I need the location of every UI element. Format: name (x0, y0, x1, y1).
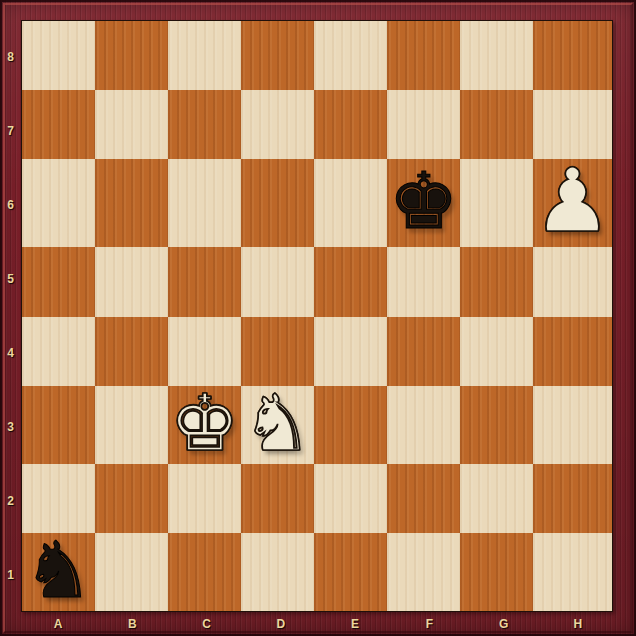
square-a5[interactable] (22, 247, 95, 316)
square-b5[interactable] (95, 247, 168, 316)
square-d8[interactable] (241, 21, 314, 90)
square-h8[interactable] (533, 21, 612, 90)
square-h5[interactable] (533, 247, 612, 316)
rank-label-8: 8 (0, 20, 21, 94)
square-e7[interactable] (314, 90, 387, 159)
file-label-c: C (170, 613, 244, 635)
square-g6[interactable] (460, 159, 533, 247)
square-f2[interactable] (387, 464, 460, 533)
square-h1[interactable] (533, 533, 612, 611)
square-b6[interactable] (95, 159, 168, 247)
square-a1[interactable]: ♞ (22, 533, 95, 611)
square-f8[interactable] (387, 21, 460, 90)
white-king[interactable]: ♚ (170, 384, 240, 462)
square-c6[interactable] (168, 159, 241, 247)
square-d7[interactable] (241, 90, 314, 159)
square-f6[interactable]: ♚ (387, 159, 460, 247)
square-d4[interactable] (241, 317, 314, 386)
square-e4[interactable] (314, 317, 387, 386)
rank-label-6: 6 (0, 168, 21, 242)
black-king[interactable]: ♚ (389, 162, 459, 240)
chess-board: ♚♟♚♞♞ (21, 20, 613, 612)
square-d5[interactable] (241, 247, 314, 316)
square-c2[interactable] (168, 464, 241, 533)
rank-labels: 87654321 (0, 20, 21, 612)
square-f5[interactable] (387, 247, 460, 316)
square-b8[interactable] (95, 21, 168, 90)
file-label-d: D (244, 613, 318, 635)
square-e5[interactable] (314, 247, 387, 316)
square-c3[interactable]: ♚ (168, 386, 241, 464)
file-label-e: E (318, 613, 392, 635)
file-label-g: G (467, 613, 541, 635)
square-c4[interactable] (168, 317, 241, 386)
square-a8[interactable] (22, 21, 95, 90)
square-d3[interactable]: ♞ (241, 386, 314, 464)
square-f1[interactable] (387, 533, 460, 611)
square-h4[interactable] (533, 317, 612, 386)
rank-label-1: 1 (0, 538, 21, 612)
file-label-f: F (392, 613, 466, 635)
square-g8[interactable] (460, 21, 533, 90)
square-a6[interactable] (22, 159, 95, 247)
square-a3[interactable] (22, 386, 95, 464)
rank-label-4: 4 (0, 316, 21, 390)
rank-label-7: 7 (0, 94, 21, 168)
rank-label-3: 3 (0, 390, 21, 464)
square-g1[interactable] (460, 533, 533, 611)
file-label-b: B (95, 613, 169, 635)
square-e1[interactable] (314, 533, 387, 611)
square-b4[interactable] (95, 317, 168, 386)
square-b2[interactable] (95, 464, 168, 533)
square-d1[interactable] (241, 533, 314, 611)
square-c5[interactable] (168, 247, 241, 316)
square-h6[interactable]: ♟ (533, 159, 612, 247)
square-h3[interactable] (533, 386, 612, 464)
square-b7[interactable] (95, 90, 168, 159)
square-d6[interactable] (241, 159, 314, 247)
white-knight[interactable]: ♞ (243, 384, 313, 462)
square-h2[interactable] (533, 464, 612, 533)
black-knight[interactable]: ♞ (24, 531, 94, 609)
rank-label-5: 5 (0, 242, 21, 316)
square-c1[interactable] (168, 533, 241, 611)
square-e6[interactable] (314, 159, 387, 247)
square-f4[interactable] (387, 317, 460, 386)
square-c7[interactable] (168, 90, 241, 159)
square-a7[interactable] (22, 90, 95, 159)
square-c8[interactable] (168, 21, 241, 90)
square-g5[interactable] (460, 247, 533, 316)
square-g4[interactable] (460, 317, 533, 386)
square-e8[interactable] (314, 21, 387, 90)
chess-board-frame: ♚♟♚♞♞ 87654321 ABCDEFGH (0, 0, 636, 636)
square-d2[interactable] (241, 464, 314, 533)
square-f7[interactable] (387, 90, 460, 159)
square-e3[interactable] (314, 386, 387, 464)
white-pawn[interactable]: ♟ (533, 157, 612, 245)
square-e2[interactable] (314, 464, 387, 533)
square-b3[interactable] (95, 386, 168, 464)
square-f3[interactable] (387, 386, 460, 464)
square-b1[interactable] (95, 533, 168, 611)
square-a4[interactable] (22, 317, 95, 386)
file-label-a: A (21, 613, 95, 635)
square-a2[interactable] (22, 464, 95, 533)
square-g2[interactable] (460, 464, 533, 533)
rank-label-2: 2 (0, 464, 21, 538)
file-label-h: H (541, 613, 615, 635)
square-g3[interactable] (460, 386, 533, 464)
square-g7[interactable] (460, 90, 533, 159)
file-labels: ABCDEFGH (21, 613, 615, 635)
